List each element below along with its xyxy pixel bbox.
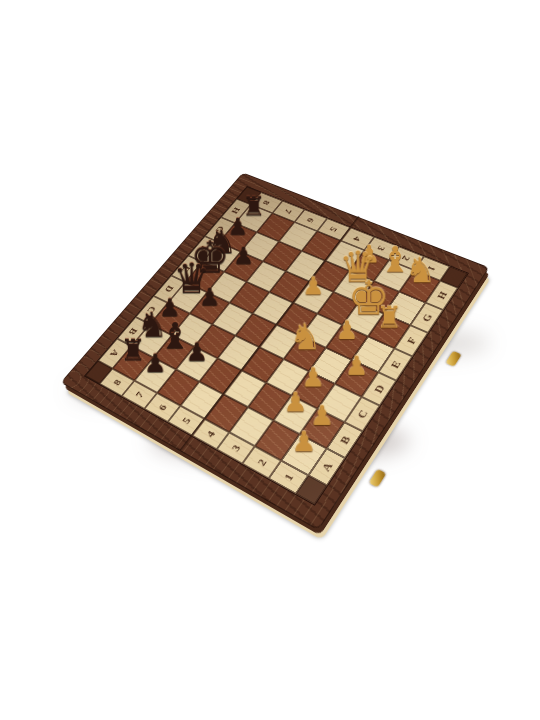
coordinate-glyph: 1 bbox=[281, 472, 295, 483]
coordinate-glyph: F bbox=[404, 336, 418, 346]
knight-glyph: ♞ bbox=[405, 254, 435, 287]
chess-set-scene: ABCDEFGH8♜♞♟♛♚♞♟♜87♟♝♟♟76♟6554♟43♞♛♟32♟♟… bbox=[118, 168, 432, 482]
pawn-glyph: ♟ bbox=[298, 275, 328, 298]
pawn-glyph: ♟ bbox=[341, 354, 373, 379]
coordinate-glyph: 5 bbox=[328, 226, 340, 233]
coordinate-glyph: 2 bbox=[255, 457, 269, 468]
coordinate-glyph: 6 bbox=[156, 403, 169, 413]
knight-glyph: ♞ bbox=[289, 320, 320, 354]
product-photo-page: { "game": "chess", "scene_description": … bbox=[0, 0, 540, 720]
board-frame: ABCDEFGH8♜♞♟♛♚♞♟♜87♟♝♟♟76♟6554♟43♞♛♟32♟♟… bbox=[61, 173, 490, 531]
pawn-glyph: ♟ bbox=[195, 286, 224, 309]
coordinate-glyph: A bbox=[319, 460, 335, 473]
coordinate-glyph: E bbox=[388, 359, 403, 370]
brass-clasp-icon bbox=[369, 469, 387, 488]
coordinate-glyph: H bbox=[434, 290, 449, 301]
coordinate-glyph: B bbox=[337, 434, 352, 446]
coordinate-glyph: 8 bbox=[111, 378, 123, 387]
coordinate-glyph: 3 bbox=[229, 443, 243, 453]
coordinate-glyph: 7 bbox=[283, 208, 295, 215]
pawn-glyph: ♟ bbox=[140, 352, 170, 376]
piece-dark-pawn[interactable]: ♟ bbox=[182, 349, 212, 379]
coordinate-glyph: 5 bbox=[179, 416, 192, 426]
coordinate-glyph: C bbox=[354, 408, 370, 420]
piece-light-knight[interactable]: ♞ bbox=[405, 271, 435, 301]
file-label-B: B bbox=[327, 422, 363, 458]
pawn-glyph: ♟ bbox=[229, 245, 257, 267]
coordinate-glyph: 6 bbox=[305, 217, 317, 224]
pawn-glyph: ♟ bbox=[331, 319, 362, 343]
coordinate-glyph: D bbox=[371, 383, 386, 395]
board-3d-stack: ABCDEFGH8♜♞♟♛♚♞♟♜87♟♝♟♟76♟6554♟43♞♛♟32♟♟… bbox=[61, 173, 490, 531]
pawn-glyph: ♟ bbox=[287, 429, 320, 455]
piece-dark-pawn[interactable]: ♟ bbox=[195, 294, 224, 323]
coordinate-glyph: G bbox=[419, 312, 434, 323]
coordinate-glyph: 7 bbox=[133, 390, 146, 399]
rook-glyph: ♜ bbox=[374, 304, 405, 332]
coordinate-glyph: 4 bbox=[204, 429, 217, 439]
chess-board: ABCDEFGH8♜♞♟♛♚♞♟♜87♟♝♟♟76♟6554♟43♞♛♟32♟♟… bbox=[84, 186, 469, 506]
pawn-glyph: ♟ bbox=[182, 341, 212, 365]
